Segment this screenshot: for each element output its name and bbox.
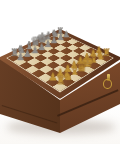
- silver-pawn: ♟: [11, 52, 31, 62]
- square-a8: ♜: [53, 82, 68, 91]
- board-frame: ♜♞♝♛♚♝♞♜♟♟♟♟♟♟♟♟♟♟♟♟♟♟♟♟♜♞♝♛♚♝♞♜: [0, 29, 120, 99]
- board-grid: ♜♞♝♛♚♝♞♜♟♟♟♟♟♟♟♟♟♟♟♟♟♟♟♟♜♞♝♛♚♝♞♜: [6, 32, 113, 92]
- brass-rook: ♜: [49, 75, 71, 86]
- board-scene: ♜♞♝♛♚♝♞♜♟♟♟♟♟♟♟♟♟♟♟♟♟♟♟♟♜♞♝♛♚♝♞♜: [0, 0, 120, 128]
- chess-board: ♜♞♝♛♚♝♞♜♟♟♟♟♟♟♟♟♟♟♟♟♟♟♟♟♜♞♝♛♚♝♞♜: [0, 29, 120, 99]
- chess-set-photo: ♜♞♝♛♚♝♞♜♟♟♟♟♟♟♟♟♟♟♟♟♟♟♟♟♜♞♝♛♚♝♞♜: [0, 0, 120, 144]
